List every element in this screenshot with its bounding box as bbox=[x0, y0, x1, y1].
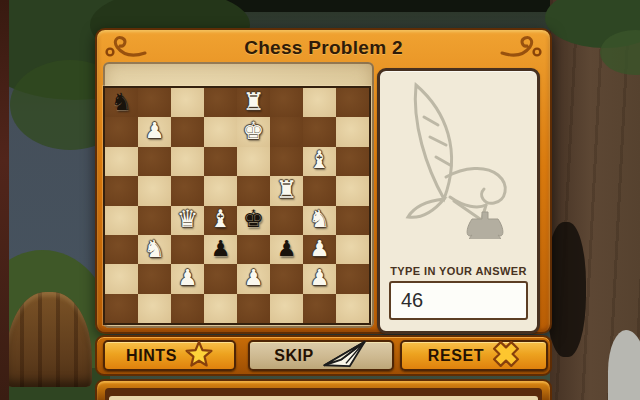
square-e4: ♚ bbox=[237, 206, 270, 235]
square-d4: ♝ bbox=[204, 206, 237, 235]
square-a5 bbox=[105, 176, 138, 205]
square-g6: ♝ bbox=[303, 147, 336, 176]
square-g7 bbox=[303, 117, 336, 146]
next-section-parchment bbox=[109, 396, 538, 400]
square-c7 bbox=[171, 117, 204, 146]
square-a1 bbox=[105, 294, 138, 323]
square-d2 bbox=[204, 264, 237, 293]
square-h3 bbox=[336, 235, 369, 264]
hints-button[interactable]: HINTS bbox=[103, 340, 236, 371]
frame-curl-icon bbox=[103, 33, 147, 63]
square-a4 bbox=[105, 206, 138, 235]
white-pawn: ♟ bbox=[244, 267, 264, 289]
square-b3: ♞ bbox=[138, 235, 171, 264]
quill-inkwell-illustration bbox=[394, 79, 524, 243]
square-d6 bbox=[204, 147, 237, 176]
white-bishop: ♝ bbox=[309, 148, 331, 172]
white-bishop: ♝ bbox=[210, 207, 232, 231]
white-rook: ♜ bbox=[276, 178, 298, 202]
white-knight: ♞ bbox=[309, 207, 331, 231]
reset-button[interactable]: RESET bbox=[400, 340, 548, 371]
square-e5 bbox=[237, 176, 270, 205]
square-h2 bbox=[336, 264, 369, 293]
white-rook: ♜ bbox=[243, 90, 265, 114]
background-left-edge bbox=[0, 0, 9, 400]
square-g1 bbox=[303, 294, 336, 323]
square-h6 bbox=[336, 147, 369, 176]
chess-board: ♞♜♟♚♝♜♛♝♚♞♞♟♟♟♟♟♟ bbox=[103, 86, 371, 325]
black-pawn: ♟ bbox=[211, 238, 231, 260]
square-a6 bbox=[105, 147, 138, 176]
square-a2 bbox=[105, 264, 138, 293]
square-h5 bbox=[336, 176, 369, 205]
square-a3 bbox=[105, 235, 138, 264]
square-e8: ♜ bbox=[237, 88, 270, 117]
square-e2: ♟ bbox=[237, 264, 270, 293]
x-icon bbox=[492, 340, 520, 372]
star-icon bbox=[185, 340, 213, 372]
white-pawn: ♟ bbox=[310, 238, 330, 260]
character-bottom-right bbox=[608, 330, 640, 400]
square-c6 bbox=[171, 147, 204, 176]
square-e1 bbox=[237, 294, 270, 323]
square-b7: ♟ bbox=[138, 117, 171, 146]
square-d1 bbox=[204, 294, 237, 323]
square-c4: ♛ bbox=[171, 206, 204, 235]
square-g5 bbox=[303, 176, 336, 205]
square-a8: ♞ bbox=[105, 88, 138, 117]
square-f8 bbox=[270, 88, 303, 117]
square-c5 bbox=[171, 176, 204, 205]
square-d5 bbox=[204, 176, 237, 205]
square-g2: ♟ bbox=[303, 264, 336, 293]
square-d8 bbox=[204, 88, 237, 117]
game-screen: Chess Problem 2 ♞♜♟♚♝♜♛♝♚♞♞♟♟♟♟♟♟ bbox=[0, 0, 640, 400]
answer-input[interactable] bbox=[389, 281, 528, 320]
square-e7: ♚ bbox=[237, 117, 270, 146]
black-king: ♚ bbox=[243, 207, 265, 231]
square-b2 bbox=[138, 264, 171, 293]
answer-panel: TYPE IN YOUR ANSWER bbox=[377, 68, 540, 334]
square-f6 bbox=[270, 147, 303, 176]
square-b5 bbox=[138, 176, 171, 205]
square-h1 bbox=[336, 294, 369, 323]
white-knight: ♞ bbox=[144, 237, 166, 261]
square-b8 bbox=[138, 88, 171, 117]
square-f2 bbox=[270, 264, 303, 293]
square-f1 bbox=[270, 294, 303, 323]
square-b1 bbox=[138, 294, 171, 323]
square-d7 bbox=[204, 117, 237, 146]
white-pawn: ♟ bbox=[178, 267, 198, 289]
frame-curl-icon bbox=[500, 33, 544, 63]
next-section-frame bbox=[105, 388, 542, 400]
square-a7 bbox=[105, 117, 138, 146]
square-c1 bbox=[171, 294, 204, 323]
black-knight: ♞ bbox=[111, 90, 133, 114]
white-pawn: ♟ bbox=[310, 267, 330, 289]
square-f4 bbox=[270, 206, 303, 235]
square-f5: ♜ bbox=[270, 176, 303, 205]
black-pawn: ♟ bbox=[277, 238, 297, 260]
skip-button-label: SKIP bbox=[274, 347, 314, 365]
hints-button-label: HINTS bbox=[126, 347, 177, 365]
dialog-title: Chess Problem 2 bbox=[97, 37, 550, 59]
tree-trunk-shadow bbox=[546, 222, 586, 357]
square-c3 bbox=[171, 235, 204, 264]
square-d3: ♟ bbox=[204, 235, 237, 264]
square-b6 bbox=[138, 147, 171, 176]
button-bar: HINTS SKIP RESET bbox=[95, 335, 552, 376]
reset-button-label: RESET bbox=[428, 347, 484, 365]
white-queen: ♛ bbox=[177, 207, 199, 231]
square-e6 bbox=[237, 147, 270, 176]
square-h4 bbox=[336, 206, 369, 235]
square-c2: ♟ bbox=[171, 264, 204, 293]
square-f7 bbox=[270, 117, 303, 146]
square-h8 bbox=[336, 88, 369, 117]
skip-button[interactable]: SKIP bbox=[248, 340, 394, 371]
square-g3: ♟ bbox=[303, 235, 336, 264]
square-e3 bbox=[237, 235, 270, 264]
white-king: ♚ bbox=[243, 119, 265, 143]
white-pawn: ♟ bbox=[145, 120, 165, 142]
square-g4: ♞ bbox=[303, 206, 336, 235]
answer-label: TYPE IN YOUR ANSWER bbox=[380, 265, 537, 277]
square-b4 bbox=[138, 206, 171, 235]
square-h7 bbox=[336, 117, 369, 146]
square-c8 bbox=[171, 88, 204, 117]
square-g8 bbox=[303, 88, 336, 117]
square-f3: ♟ bbox=[270, 235, 303, 264]
paper-plane-icon bbox=[322, 339, 368, 373]
next-section-panel bbox=[95, 379, 552, 400]
